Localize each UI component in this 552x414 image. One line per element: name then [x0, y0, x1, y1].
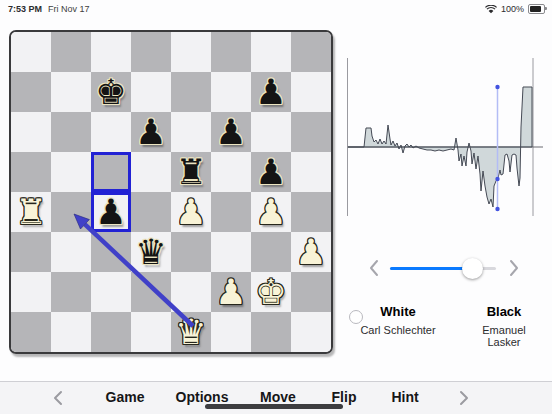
- square-a7[interactable]: [11, 72, 51, 112]
- bottom-toolbar: GameOptionsMoveFlipHint: [0, 381, 552, 414]
- evaluation-graph[interactable]: [340, 50, 552, 220]
- square-h8[interactable]: [291, 32, 331, 72]
- square-f5[interactable]: [211, 152, 251, 192]
- square-f4[interactable]: [211, 192, 251, 232]
- players-panel: White Carl Schlechter Black Emanuel Lask…: [340, 304, 552, 344]
- white-queen: ♛: [171, 312, 211, 352]
- square-e8[interactable]: [171, 32, 211, 72]
- square-d7[interactable]: [131, 72, 171, 112]
- square-a2[interactable]: [11, 272, 51, 312]
- square-b8[interactable]: [51, 32, 91, 72]
- next-move-chevron-button[interactable]: [506, 258, 522, 278]
- toolbar-button-flip[interactable]: Flip: [332, 389, 357, 405]
- square-d4[interactable]: [131, 192, 171, 232]
- square-f7[interactable]: [211, 72, 251, 112]
- battery-icon: [528, 4, 545, 14]
- square-g3[interactable]: [251, 232, 291, 272]
- white-pawn: ♟: [251, 192, 291, 232]
- marker-dot: [495, 85, 499, 89]
- square-a3[interactable]: [11, 232, 51, 272]
- toolbar-button-game[interactable]: Game: [106, 389, 145, 405]
- chess-board[interactable]: ♚♟♟♟♜♟♜♟♟♟♛♟♟♚♛: [9, 30, 333, 354]
- square-h6[interactable]: [291, 112, 331, 152]
- white-label: White: [360, 304, 435, 319]
- home-indicator[interactable]: [205, 404, 343, 409]
- square-d5[interactable]: [131, 152, 171, 192]
- status-date: Fri Nov 17: [48, 4, 90, 14]
- square-h3[interactable]: ♟: [291, 232, 331, 272]
- square-d3[interactable]: ♛: [131, 232, 171, 272]
- move-slider-active-track: [390, 267, 473, 271]
- square-d1[interactable]: [131, 312, 171, 352]
- square-h2[interactable]: [291, 272, 331, 312]
- black-player-name: Emanuel Lasker: [480, 324, 528, 348]
- toolbar-button-options[interactable]: Options: [176, 389, 229, 405]
- square-b6[interactable]: [51, 112, 91, 152]
- white-rook: ♜: [11, 192, 51, 232]
- toolbar-forward-chevron-button[interactable]: [458, 390, 470, 406]
- black-pawn: ♟: [91, 192, 131, 232]
- marker-dot: [495, 207, 499, 211]
- square-f6[interactable]: ♟: [211, 112, 251, 152]
- square-b1[interactable]: [51, 312, 91, 352]
- square-c5[interactable]: [91, 152, 131, 192]
- black-pawn: ♟: [131, 112, 171, 152]
- square-e7[interactable]: [171, 72, 211, 112]
- square-f2[interactable]: ♟: [211, 272, 251, 312]
- battery-percent: 100%: [501, 4, 524, 14]
- square-e1[interactable]: ♛: [171, 312, 211, 352]
- toolbar-button-move[interactable]: Move: [260, 389, 296, 405]
- status-time: 7:53 PM: [8, 4, 42, 14]
- status-bar: 7:53 PM Fri Nov 17 100%: [0, 0, 552, 20]
- black-king: ♚: [91, 72, 131, 112]
- square-h1[interactable]: [291, 312, 331, 352]
- square-e5[interactable]: ♜: [171, 152, 211, 192]
- marker-dot: [495, 177, 499, 181]
- square-g7[interactable]: ♟: [251, 72, 291, 112]
- square-a5[interactable]: [11, 152, 51, 192]
- square-h4[interactable]: [291, 192, 331, 232]
- move-slider-row: [340, 252, 540, 284]
- chess-app-screen: 7:53 PM Fri Nov 17 100% ♚♟♟♟♜♟♜♟♟♟♛♟♟♚♛: [0, 0, 552, 414]
- square-b3[interactable]: [51, 232, 91, 272]
- move-slider-thumb[interactable]: [462, 258, 483, 279]
- black-label: Black: [480, 304, 528, 319]
- square-h5[interactable]: [291, 152, 331, 192]
- square-g6[interactable]: [251, 112, 291, 152]
- square-e2[interactable]: [171, 272, 211, 312]
- square-g5[interactable]: ♟: [251, 152, 291, 192]
- square-c1[interactable]: [91, 312, 131, 352]
- square-h7[interactable]: [291, 72, 331, 112]
- square-c6[interactable]: [91, 112, 131, 152]
- square-g1[interactable]: [251, 312, 291, 352]
- square-d6[interactable]: ♟: [131, 112, 171, 152]
- black-pawn: ♟: [251, 152, 291, 192]
- white-king: ♚: [251, 272, 291, 312]
- square-b2[interactable]: [51, 272, 91, 312]
- black-pawn: ♟: [211, 112, 251, 152]
- black-pawn: ♟: [251, 72, 291, 112]
- square-c2[interactable]: [91, 272, 131, 312]
- square-f8[interactable]: [211, 32, 251, 72]
- square-d8[interactable]: [131, 32, 171, 72]
- square-c4[interactable]: ♟: [91, 192, 131, 232]
- previous-move-chevron-button[interactable]: [366, 258, 382, 278]
- toolbar-back-chevron-button[interactable]: [52, 390, 64, 406]
- toolbar-button-hint[interactable]: Hint: [391, 389, 418, 405]
- square-c3[interactable]: [91, 232, 131, 272]
- square-e6[interactable]: [171, 112, 211, 152]
- square-f1[interactable]: [211, 312, 251, 352]
- square-g2[interactable]: ♚: [251, 272, 291, 312]
- square-a6[interactable]: [11, 112, 51, 152]
- square-e4[interactable]: ♟: [171, 192, 211, 232]
- black-rook: ♜: [171, 152, 211, 192]
- square-e3[interactable]: [171, 232, 211, 272]
- white-pawn: ♟: [291, 232, 331, 272]
- square-c8[interactable]: [91, 32, 131, 72]
- white-pawn: ♟: [211, 272, 251, 312]
- square-c7[interactable]: ♚: [91, 72, 131, 112]
- square-g8[interactable]: [251, 32, 291, 72]
- square-b5[interactable]: [51, 152, 91, 192]
- white-pawn: ♟: [171, 192, 211, 232]
- wifi-icon: [485, 5, 497, 14]
- black-queen: ♛: [131, 232, 171, 272]
- move-slider-track[interactable]: [390, 267, 496, 271]
- square-d2[interactable]: [131, 272, 171, 312]
- square-f3[interactable]: [211, 232, 251, 272]
- square-a1[interactable]: [11, 312, 51, 352]
- square-g4[interactable]: ♟: [251, 192, 291, 232]
- square-b7[interactable]: [51, 72, 91, 112]
- square-a4[interactable]: ♜: [11, 192, 51, 232]
- square-b4[interactable]: [51, 192, 91, 232]
- white-player-name: Carl Schlechter: [360, 324, 435, 336]
- evaluation-curve: [348, 87, 532, 207]
- square-a8[interactable]: [11, 32, 51, 72]
